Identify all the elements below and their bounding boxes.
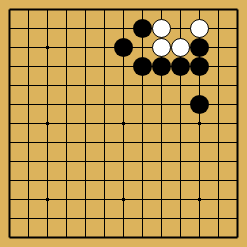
black-stone	[171, 57, 190, 76]
black-stone	[190, 95, 209, 114]
white-stone	[152, 38, 171, 57]
black-stone	[114, 38, 133, 57]
black-stone	[133, 57, 152, 76]
white-stone	[171, 38, 190, 57]
black-stone	[190, 57, 209, 76]
black-stone	[133, 19, 152, 38]
white-stone	[152, 19, 171, 38]
black-stone	[152, 57, 171, 76]
go-board	[0, 0, 247, 247]
black-stone	[190, 38, 209, 57]
stones-layer	[0, 0, 247, 247]
white-stone	[190, 19, 209, 38]
